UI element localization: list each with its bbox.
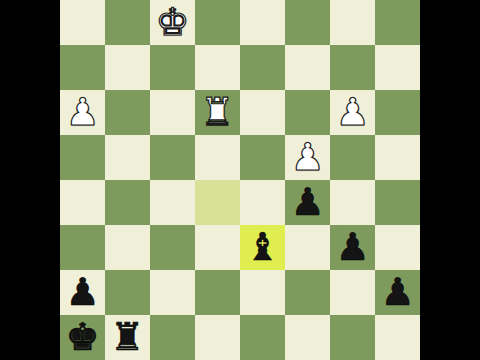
square-f1[interactable]: [285, 315, 330, 360]
square-c6[interactable]: [150, 90, 195, 135]
square-h1[interactable]: [375, 315, 420, 360]
black-rook-b1[interactable]: ♜: [110, 315, 144, 360]
square-h7[interactable]: [375, 45, 420, 90]
square-g5[interactable]: [330, 135, 375, 180]
square-e2[interactable]: [240, 270, 285, 315]
chess-board: ♚♟♜♟♟♟♝♟♟♟♚♜: [60, 0, 420, 360]
square-c2[interactable]: [150, 270, 195, 315]
square-a4[interactable]: [60, 180, 105, 225]
square-d1[interactable]: [195, 315, 240, 360]
square-c7[interactable]: [150, 45, 195, 90]
black-pawn-f4[interactable]: ♟: [290, 180, 324, 225]
black-pawn-h2[interactable]: ♟: [380, 270, 414, 315]
square-g1[interactable]: [330, 315, 375, 360]
square-c8[interactable]: ♚: [150, 0, 195, 45]
square-e3[interactable]: ♝: [240, 225, 285, 270]
square-g2[interactable]: [330, 270, 375, 315]
square-f5[interactable]: ♟: [285, 135, 330, 180]
square-h8[interactable]: [375, 0, 420, 45]
square-d8[interactable]: [195, 0, 240, 45]
white-rook-d6[interactable]: ♜: [200, 90, 234, 135]
white-pawn-f5[interactable]: ♟: [290, 135, 324, 180]
square-g3[interactable]: ♟: [330, 225, 375, 270]
square-c3[interactable]: [150, 225, 195, 270]
square-g7[interactable]: [330, 45, 375, 90]
square-b1[interactable]: ♜: [105, 315, 150, 360]
square-d7[interactable]: [195, 45, 240, 90]
letterbox-right: [420, 0, 480, 360]
square-a5[interactable]: [60, 135, 105, 180]
square-b5[interactable]: [105, 135, 150, 180]
square-f8[interactable]: [285, 0, 330, 45]
square-a2[interactable]: ♟: [60, 270, 105, 315]
square-e7[interactable]: [240, 45, 285, 90]
square-b7[interactable]: [105, 45, 150, 90]
square-g6[interactable]: ♟: [330, 90, 375, 135]
black-king-a1[interactable]: ♚: [65, 315, 99, 360]
square-a6[interactable]: ♟: [60, 90, 105, 135]
square-d5[interactable]: [195, 135, 240, 180]
square-e1[interactable]: [240, 315, 285, 360]
square-a3[interactable]: [60, 225, 105, 270]
video-frame: ♚♟♜♟♟♟♝♟♟♟♚♜: [0, 0, 480, 360]
square-a1[interactable]: ♚: [60, 315, 105, 360]
square-b6[interactable]: [105, 90, 150, 135]
black-pawn-g3[interactable]: ♟: [335, 225, 369, 270]
square-d3[interactable]: [195, 225, 240, 270]
square-f3[interactable]: [285, 225, 330, 270]
square-f2[interactable]: [285, 270, 330, 315]
square-b4[interactable]: [105, 180, 150, 225]
square-h3[interactable]: [375, 225, 420, 270]
square-a8[interactable]: [60, 0, 105, 45]
square-e4[interactable]: [240, 180, 285, 225]
square-d2[interactable]: [195, 270, 240, 315]
white-pawn-a6[interactable]: ♟: [65, 90, 99, 135]
black-bishop-e3[interactable]: ♝: [245, 225, 279, 270]
square-c4[interactable]: [150, 180, 195, 225]
square-d4[interactable]: [195, 180, 240, 225]
square-b2[interactable]: [105, 270, 150, 315]
square-b3[interactable]: [105, 225, 150, 270]
square-d6[interactable]: ♜: [195, 90, 240, 135]
square-h4[interactable]: [375, 180, 420, 225]
square-g8[interactable]: [330, 0, 375, 45]
square-c5[interactable]: [150, 135, 195, 180]
square-h2[interactable]: ♟: [375, 270, 420, 315]
square-h6[interactable]: [375, 90, 420, 135]
black-pawn-a2[interactable]: ♟: [65, 270, 99, 315]
square-f4[interactable]: ♟: [285, 180, 330, 225]
square-b8[interactable]: [105, 0, 150, 45]
white-pawn-g6[interactable]: ♟: [335, 90, 369, 135]
square-f6[interactable]: [285, 90, 330, 135]
square-e8[interactable]: [240, 0, 285, 45]
square-c1[interactable]: [150, 315, 195, 360]
square-e6[interactable]: [240, 90, 285, 135]
square-e5[interactable]: [240, 135, 285, 180]
letterbox-left: [0, 0, 60, 360]
white-king-c8[interactable]: ♚: [155, 0, 189, 45]
square-f7[interactable]: [285, 45, 330, 90]
square-a7[interactable]: [60, 45, 105, 90]
square-h5[interactable]: [375, 135, 420, 180]
square-g4[interactable]: [330, 180, 375, 225]
